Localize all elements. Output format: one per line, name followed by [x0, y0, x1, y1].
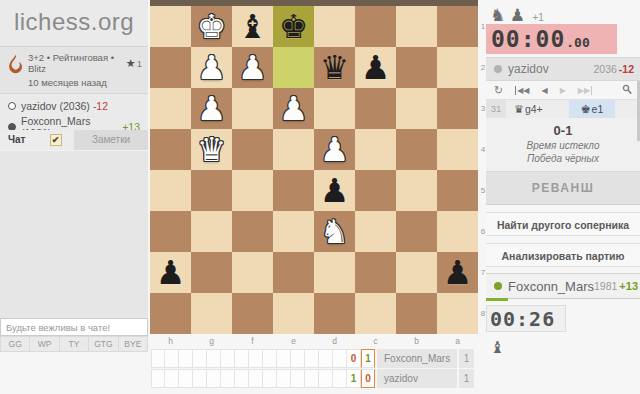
crosstable-empty-cell	[235, 349, 249, 368]
crosstable-result-cell: 0	[361, 369, 375, 388]
square-f8[interactable]	[232, 293, 273, 334]
black-pawn: ♟	[314, 170, 355, 211]
white-pawn: ♟	[232, 47, 273, 88]
square-c1[interactable]	[355, 6, 396, 47]
black-bishop: ♝	[232, 6, 273, 47]
new-opponent-button[interactable]: Найти другого соперника	[486, 212, 640, 236]
crosstable-empty-cell	[151, 369, 165, 388]
square-c5[interactable]	[355, 170, 396, 211]
square-g8[interactable]	[191, 293, 232, 334]
square-g5[interactable]	[191, 170, 232, 211]
blitz-flame-icon	[8, 54, 23, 74]
file-label-g: g	[191, 334, 232, 348]
square-b6[interactable]	[396, 211, 437, 252]
crosstable-empty-cell	[165, 349, 179, 368]
square-e2[interactable]	[273, 47, 314, 88]
square-h6[interactable]	[150, 211, 191, 252]
black-king: ♚	[273, 6, 314, 47]
square-b5[interactable]	[396, 170, 437, 211]
square-h4[interactable]	[150, 129, 191, 170]
online-dot-icon	[494, 282, 502, 290]
game-info-box: 3+2 • Рейтинговая • Blitz ★ 1 10 месяцев…	[0, 46, 148, 94]
square-c6[interactable]	[355, 211, 396, 252]
square-f4[interactable]	[232, 129, 273, 170]
black-player-row: Foxconn_Mars 1981 +13	[486, 273, 640, 298]
board-area: ♚♝♚♟♟♛♟♟♟♛♟♟♞♟♟ 12345678 hgfedcba 01Foxc…	[150, 0, 486, 334]
black-player-name-right[interactable]: Foxconn_Mars	[508, 279, 594, 294]
captured-knight-icon: ♞	[490, 5, 505, 25]
white-player-row: yazidov 2036 -12	[486, 57, 640, 81]
lichess-game-page: lichess.org 3+2 • Рейтинговая • Blitz ★ …	[0, 0, 640, 394]
result-reason: Время истекло	[486, 140, 640, 151]
square-d4[interactable]: ♟	[314, 129, 355, 170]
square-c7[interactable]	[355, 252, 396, 293]
tab-chat-label: Чат	[8, 130, 26, 150]
flip-board-icon[interactable]: ↻	[494, 84, 503, 97]
crosstable-row-yazidov: 10yazidov1	[151, 369, 481, 388]
result-winner: Победа чёрных	[486, 153, 640, 164]
square-d2[interactable]: ♛	[314, 47, 355, 88]
crosstable-result-cell: 1	[347, 369, 361, 388]
crosstable-empty-cell	[305, 349, 319, 368]
square-c8[interactable]	[355, 293, 396, 334]
crosstable-empty-cell	[221, 349, 235, 368]
file-label-e: e	[273, 334, 314, 348]
square-d3[interactable]	[314, 88, 355, 129]
file-label-h: h	[150, 334, 191, 348]
square-d7[interactable]	[314, 252, 355, 293]
crosstable-empty-cell	[221, 369, 235, 388]
crosstable-empty-cell	[277, 349, 291, 368]
chat-messages-area	[0, 150, 148, 318]
captured-bishop-icon: ♝	[490, 338, 504, 357]
square-d5[interactable]: ♟	[314, 170, 355, 211]
square-f5[interactable]	[232, 170, 273, 211]
crosstable-empty-cell	[179, 369, 193, 388]
square-h1[interactable]	[150, 6, 191, 47]
result-score: 0-1	[486, 123, 640, 138]
square-e7[interactable]	[273, 252, 314, 293]
crosstable-result-cell: 1	[361, 349, 375, 368]
square-h3[interactable]	[150, 88, 191, 129]
game-info-text: 3+2 • Рейтинговая • Blitz ★ 1 10 месяцев…	[28, 52, 142, 88]
white-clock: 00:00.00	[486, 24, 617, 54]
preset-gg-button[interactable]: GG	[0, 336, 30, 352]
black-rating-delta-right: +13	[619, 280, 638, 292]
crosstable-empty-cell	[333, 369, 347, 388]
queen-move-icon: ♛	[514, 103, 524, 116]
square-d6[interactable]: ♞	[314, 211, 355, 252]
crosstable-player-yazidov[interactable]: yazidov	[377, 369, 457, 388]
analyse-game-button[interactable]: Анализировать партию	[486, 243, 640, 267]
square-h8[interactable]	[150, 293, 191, 334]
crosstable-empty-cell	[151, 349, 165, 368]
white-player-line: yazidov (2036) -12	[8, 100, 140, 112]
square-d1[interactable]	[314, 6, 355, 47]
captured-pieces-black: ♝	[486, 332, 640, 357]
square-h7[interactable]: ♟	[150, 252, 191, 293]
square-a3[interactable]	[437, 88, 478, 129]
offline-dot-icon	[494, 65, 502, 73]
square-a4[interactable]	[437, 129, 478, 170]
crosstable-empty-cell	[333, 349, 347, 368]
white-rating: 2036	[593, 63, 616, 75]
square-g7[interactable]	[191, 252, 232, 293]
black-queen: ♛	[314, 47, 355, 88]
square-c3[interactable]	[355, 88, 396, 129]
square-h5[interactable]	[150, 170, 191, 211]
file-label-f: f	[232, 334, 273, 348]
black-rating: 1981	[594, 280, 617, 292]
square-g6[interactable]	[191, 211, 232, 252]
file-label-c: c	[355, 334, 396, 348]
crosstable-empty-cell	[249, 349, 263, 368]
replay-controls: ↻ ◀◀ ◀ ▶ ▶▶	[486, 81, 640, 100]
crosstable-empty-cell	[291, 369, 305, 388]
bookmark-count: 1	[137, 58, 142, 69]
square-e4[interactable]	[273, 129, 314, 170]
white-pawn: ♟	[191, 47, 232, 88]
square-e6[interactable]	[273, 211, 314, 252]
crosstable-empty-cell	[193, 349, 207, 368]
tab-chat[interactable]: Чат ✔	[0, 130, 74, 150]
file-labels: hgfedcba	[150, 334, 478, 348]
last-move-icon[interactable]: ▶▶	[578, 86, 592, 95]
black-clock: 00:26	[486, 305, 566, 332]
move-white-san: g4+	[525, 103, 543, 115]
move-black-san: e1	[592, 103, 604, 115]
square-g1[interactable]: ♚	[191, 6, 232, 47]
crosstable-total: 1	[459, 369, 474, 388]
square-e8[interactable]	[273, 293, 314, 334]
tab-notes[interactable]: Заметки	[74, 130, 148, 150]
black-clock-time: 00:26	[490, 307, 555, 331]
white-clock-time: 00:00	[491, 26, 565, 52]
crosstable-empty-cell	[193, 369, 207, 388]
square-a6[interactable]	[437, 211, 478, 252]
white-player-name-right[interactable]: yazidov	[508, 62, 593, 76]
white-pawn: ♟	[314, 129, 355, 170]
white-player-name[interactable]: yazidov (2036)	[21, 100, 90, 112]
bookmark-star-icon[interactable]: ★	[126, 57, 136, 70]
king-move-icon: ♚	[581, 103, 591, 116]
white-queen: ♛	[191, 129, 232, 170]
square-c2[interactable]: ♟	[355, 47, 396, 88]
crosstable-empty-cell	[263, 369, 277, 388]
square-b4[interactable]	[396, 129, 437, 170]
crosstable-empty-cell	[291, 349, 305, 368]
preset-ty-button[interactable]: TY	[60, 336, 89, 352]
preset-gtg-button[interactable]: GTG	[89, 336, 118, 352]
crosstable-total: 1	[459, 349, 474, 368]
crosstable-empty-cell	[207, 369, 221, 388]
white-clock-dot: .	[566, 35, 574, 50]
chess-board[interactable]: ♚♝♚♟♟♛♟♟♟♛♟♟♞♟♟	[150, 6, 478, 334]
captured-pieces-white: ♞ ♟ +1	[486, 0, 640, 24]
square-e3[interactable]: ♟	[273, 88, 314, 129]
square-c4[interactable]	[355, 129, 396, 170]
move-number: 31	[486, 100, 506, 118]
left-sidebar: lichess.org 3+2 • Рейтинговая • Blitz ★ …	[0, 0, 148, 394]
square-h2[interactable]	[150, 47, 191, 88]
square-a7[interactable]: ♟	[437, 252, 478, 293]
chat-input[interactable]	[0, 318, 148, 336]
square-b7[interactable]	[396, 252, 437, 293]
chat-presets: GG WP TY GTG BYE	[0, 336, 148, 352]
file-label-a: a	[437, 334, 478, 348]
square-a5[interactable]	[437, 170, 478, 211]
crosstable-result-cell: 0	[347, 349, 361, 368]
move-black-ke1-selected[interactable]: ♚e1	[569, 100, 616, 118]
black-pawn: ♟	[355, 47, 396, 88]
file-label-b: b	[396, 334, 437, 348]
preset-bye-button[interactable]: BYE	[119, 336, 148, 352]
rematch-button[interactable]: РЕВАНШ	[486, 172, 640, 205]
square-b2[interactable]	[396, 47, 437, 88]
crosstable-empty-cell	[305, 369, 319, 388]
chat-toggle-checkbox[interactable]: ✔	[50, 134, 62, 146]
square-a8[interactable]	[437, 293, 478, 334]
crosstable-row-Foxconn_Mars: 01Foxconn_Mars1	[151, 349, 481, 368]
green-progress-bar	[486, 298, 508, 301]
square-e5[interactable]	[273, 170, 314, 211]
square-d8[interactable]	[314, 293, 355, 334]
square-f6[interactable]	[232, 211, 273, 252]
square-f2[interactable]: ♟	[232, 47, 273, 88]
file-label-d: d	[314, 334, 355, 348]
square-b8[interactable]	[396, 293, 437, 334]
result-block: 0-1 Время истекло Победа чёрных	[486, 118, 640, 172]
square-a1[interactable]	[437, 6, 478, 47]
square-g2[interactable]: ♟	[191, 47, 232, 88]
square-f3[interactable]	[232, 88, 273, 129]
move-white-qg4[interactable]: ♛g4+	[506, 100, 551, 118]
game-setup: 3+2 • Рейтинговая • Blitz	[28, 52, 126, 74]
white-knight: ♞	[314, 211, 355, 252]
square-e1[interactable]: ♚	[273, 6, 314, 47]
captured-pawn-icon: ♟	[510, 5, 525, 25]
black-pawn: ♟	[437, 252, 478, 293]
white-rating-delta: -12	[93, 100, 108, 112]
preset-wp-button[interactable]: WP	[30, 336, 59, 352]
chat-tabs: Чат ✔ Заметки	[0, 130, 148, 150]
move-list-row: 31 ♛g4+ ♚e1	[486, 100, 640, 118]
crosstable-empty-cell	[319, 369, 333, 388]
crosstable-empty-cell	[207, 349, 221, 368]
crosstable-player-Foxconn_Mars[interactable]: Foxconn_Mars	[377, 349, 457, 368]
crosstable-empty-cell	[277, 369, 291, 388]
material-score: +1	[532, 12, 543, 23]
square-f7[interactable]	[232, 252, 273, 293]
square-g3[interactable]: ♟	[191, 88, 232, 129]
square-b3[interactable]	[396, 88, 437, 129]
crosstable-empty-cell	[179, 349, 193, 368]
white-color-icon	[8, 102, 16, 110]
square-g4[interactable]: ♛	[191, 129, 232, 170]
crosstable-empty-cell	[263, 349, 277, 368]
white-clock-fraction: 00	[574, 35, 590, 50]
white-pawn: ♟	[191, 88, 232, 129]
right-sidebar: ♞ ♟ +1 00:00.00 yazidov 2036 -12 ↻ ◀◀ ◀ …	[486, 0, 640, 394]
white-rating-delta-right: -12	[619, 63, 634, 75]
crosstable-empty-cell	[319, 349, 333, 368]
next-move-icon[interactable]: ▶	[560, 86, 566, 95]
white-pawn: ♟	[273, 88, 314, 129]
square-f1[interactable]: ♝	[232, 6, 273, 47]
crosstable-empty-cell	[235, 369, 249, 388]
crosstable: 01Foxconn_Mars110yazidov1	[151, 349, 481, 389]
game-date: 10 месяцев назад	[28, 77, 142, 88]
first-move-icon[interactable]: ◀◀	[515, 86, 529, 95]
square-b1[interactable]	[396, 6, 437, 47]
analysis-icon[interactable]	[622, 84, 632, 97]
crosstable-empty-cell	[165, 369, 179, 388]
square-a2[interactable]	[437, 47, 478, 88]
black-pawn: ♟	[150, 252, 191, 293]
crosstable-empty-cell	[249, 369, 263, 388]
black-row-underline	[486, 298, 640, 301]
white-king: ♚	[191, 6, 232, 47]
site-logo[interactable]: lichess.org	[0, 0, 148, 36]
previous-move-icon[interactable]: ◀	[542, 86, 548, 95]
